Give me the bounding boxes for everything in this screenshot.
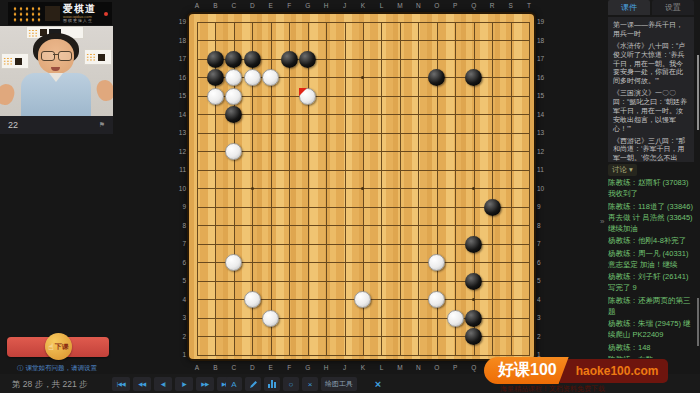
- watermark-brand: 好课100: [484, 357, 569, 384]
- coord-label-right: 7: [537, 240, 551, 247]
- lesson-text-panel[interactable]: 第一课——养兵千日，用兵一时《水浒传》八十回：“卢俊义听了大惊道：‘养兵千日，用…: [608, 17, 694, 162]
- lesson-paragraph: 《三国演义》一〇〇回：“懿叱之曰：‘朝廷养军千日，用在一时。汝安敢出怨言，以慢军…: [613, 89, 689, 133]
- coord-label-right: 3: [537, 314, 551, 321]
- chevron-down-icon: ▾: [629, 165, 633, 174]
- coord-label-bottom: P: [449, 364, 461, 371]
- stone-white-E3: [262, 310, 279, 327]
- go-board: AABBCCDDEEFFGGHHJJKKLLMMNNOOPPQQRRSSTT19…: [187, 12, 536, 361]
- coord-label-top: D: [246, 2, 258, 9]
- stone-black-G17: [299, 51, 316, 68]
- flag-icon: ⚑: [99, 121, 105, 129]
- coord-label-left: 19: [174, 18, 186, 25]
- chat-message: 杨教练：刘子轩 (26141) 写完了 9: [608, 271, 695, 294]
- help-notice-link[interactable]: ⓘ 课堂如有问题，请调设置: [0, 364, 114, 373]
- lesson-paragraph: 《水浒传》八十回：“卢俊义听了大惊道：‘养兵千日，用在一朝。我今要安身一处，你留…: [613, 42, 689, 86]
- coord-label-right: 13: [537, 129, 551, 136]
- go-class-player: 爱棋道 www.iqidao.com 围棋更懂人生 22 ⚑ ☝ 下课 ⓘ 课堂…: [0, 0, 700, 393]
- star-point: [251, 187, 254, 190]
- coord-label-top: H: [320, 2, 332, 9]
- coord-label-top: R: [486, 2, 498, 9]
- coord-label-left: 8: [174, 222, 186, 229]
- logo-square-icon: [45, 6, 60, 21]
- chat-message: 杨教练：周一凡 (40331) 意志坚定 加油！继续: [608, 248, 695, 271]
- coord-label-left: 5: [174, 277, 186, 284]
- hand-pointer-icon: ☝: [48, 342, 53, 352]
- coord-label-bottom: C: [228, 364, 240, 371]
- pen-tool-button[interactable]: [245, 377, 261, 391]
- coord-label-bottom: L: [375, 364, 387, 371]
- coord-label-left: 11: [174, 166, 186, 173]
- coord-label-top: O: [431, 2, 443, 9]
- coord-label-left: 15: [174, 92, 186, 99]
- chat-message: 杨教练：朱瑞 (29475) 继续爬山 PK22409: [608, 318, 695, 341]
- chat-message: 陈教练：还差两页的第三题: [608, 295, 695, 318]
- coord-label-top: B: [209, 2, 221, 9]
- end-class-badge: ☝ 下课: [45, 333, 72, 360]
- coord-label-right: 2: [537, 333, 551, 340]
- record-dot-icon: [104, 12, 108, 16]
- coord-label-right: 12: [537, 148, 551, 155]
- coord-label-top: T: [523, 2, 535, 9]
- coord-label-bottom: H: [320, 364, 332, 371]
- first-move-button[interactable]: |◀◀: [112, 377, 130, 391]
- lesson-scrollbar[interactable]: [697, 55, 699, 130]
- watermark-badge: 好课100 haoke100.com: [484, 357, 668, 384]
- wall-logo-plaque: [84, 49, 112, 65]
- stone-black-Q5: [465, 273, 482, 290]
- coord-label-left: 2: [174, 333, 186, 340]
- coord-label-left: 14: [174, 111, 186, 118]
- coord-label-bottom: J: [339, 364, 351, 371]
- stone-white-P3: [447, 310, 464, 327]
- draw-tools-button[interactable]: 绘图工具: [321, 377, 357, 391]
- stone-white-C15: [225, 88, 242, 105]
- coord-label-bottom: Q: [468, 364, 480, 371]
- coord-label-right: 15: [537, 92, 551, 99]
- move-counter: 第 28 步，共 221 步: [12, 379, 88, 391]
- coord-label-right: 10: [537, 185, 551, 192]
- coord-label-right: 14: [537, 111, 551, 118]
- stone-white-D4: [244, 291, 261, 308]
- coord-label-bottom: O: [431, 364, 443, 371]
- coord-label-left: 3: [174, 314, 186, 321]
- coord-label-bottom: K: [357, 364, 369, 371]
- coord-label-top: F: [283, 2, 295, 9]
- fast-backward-button[interactable]: ◀◀: [133, 377, 151, 391]
- lesson-paragraph: 《西游记》三八回：“那和尚道：‘养军千日，用军一朝。’你怎么不出去？”: [613, 137, 689, 163]
- fast-forward-button[interactable]: ▶▶: [196, 377, 214, 391]
- coord-label-bottom: F: [283, 364, 295, 371]
- coord-label-right: 16: [537, 74, 551, 81]
- coord-label-left: 4: [174, 296, 186, 303]
- stone-black-R9: [484, 199, 501, 216]
- next-move-button[interactable]: |▶: [175, 377, 193, 391]
- coord-label-bottom: M: [394, 364, 406, 371]
- coord-label-bottom: A: [191, 364, 203, 371]
- coord-label-bottom: E: [265, 364, 277, 371]
- coord-label-left: 10: [174, 185, 186, 192]
- watermark-subtext: 海量精品课程！文档资料免费下载: [500, 384, 605, 393]
- cross-mark-tool-button[interactable]: ×: [302, 377, 318, 391]
- playback-controls: |◀◀◀◀◀||▶▶▶▶▶|: [112, 377, 235, 391]
- brand-slogan: 围棋更懂人生: [63, 19, 96, 23]
- coord-label-right: 5: [537, 277, 551, 284]
- coord-label-bottom: N: [412, 364, 424, 371]
- coord-label-right: 9: [537, 203, 551, 210]
- coord-label-top: S: [505, 2, 517, 9]
- viewer-count: 22: [8, 120, 18, 130]
- stone-black-Q3: [465, 310, 482, 327]
- tab-settings[interactable]: 设置: [652, 0, 694, 15]
- stone-black-D17: [244, 51, 261, 68]
- coord-label-right: 4: [537, 296, 551, 303]
- glasses-icon: [40, 51, 72, 61]
- wall-logo-plaque: [1, 53, 29, 69]
- coord-label-right: 8: [537, 222, 551, 229]
- logo-dot-grid-icon: [12, 6, 42, 22]
- coord-label-bottom: G: [302, 364, 314, 371]
- chat-header[interactable]: 讨论 ▾: [608, 164, 637, 176]
- coord-label-top: N: [412, 2, 424, 9]
- coord-label-top: G: [302, 2, 314, 9]
- circle-mark-tool-button[interactable]: ○: [283, 377, 299, 391]
- coord-label-right: 11: [537, 166, 551, 173]
- coord-label-bottom: D: [246, 364, 258, 371]
- coord-label-left: 16: [174, 74, 186, 81]
- end-class-label: 下课: [55, 342, 69, 352]
- coord-label-left: 18: [174, 37, 186, 44]
- chat-message-list[interactable]: 陈教练：赵雨轩 (37083) 我收到了陈教练：118道了 (33846) 再去…: [608, 177, 695, 358]
- close-tools-button[interactable]: ×: [370, 377, 386, 391]
- coord-label-bottom: B: [209, 364, 221, 371]
- stone-black-B17: [207, 51, 224, 68]
- coord-label-top: J: [339, 2, 351, 9]
- stone-white-D16: [244, 69, 261, 86]
- coord-label-left: 1: [174, 351, 186, 358]
- end-class-button[interactable]: ☝ 下课: [7, 337, 109, 357]
- collapse-panel-icon[interactable]: »: [600, 217, 604, 226]
- coord-label-right: 6: [537, 259, 551, 266]
- instructor-right-hand: [95, 78, 113, 103]
- stone-white-B15: [207, 88, 224, 105]
- coord-label-right: 19: [537, 18, 551, 25]
- prev-move-button[interactable]: ◀|: [154, 377, 172, 391]
- watermark-domain: haoke100.com: [560, 359, 669, 383]
- right-panel-tabs: 课件 设置: [608, 0, 694, 15]
- lesson-title: 第一课——养兵千日，用兵一时: [613, 21, 689, 39]
- coord-label-left: 6: [174, 259, 186, 266]
- chart-tool-button[interactable]: [264, 377, 280, 391]
- brand-title: 爱棋道: [63, 4, 96, 15]
- chat-message: 杨教练：148: [608, 342, 695, 353]
- stone-black-B16: [207, 69, 224, 86]
- coord-label-left: 7: [174, 240, 186, 247]
- coord-label-left: 9: [174, 203, 186, 210]
- viewer-count-bar[interactable]: 22 ⚑: [0, 116, 113, 134]
- coord-label-top: E: [265, 2, 277, 9]
- chat-scrollbar[interactable]: [697, 298, 699, 346]
- coord-label-top: C: [228, 2, 240, 9]
- coord-label-top: M: [394, 2, 406, 9]
- text-label-tool-button[interactable]: A: [226, 377, 242, 391]
- coord-label-top: P: [449, 2, 461, 9]
- instructor-video: [0, 26, 113, 116]
- brand-logo: 爱棋道 www.iqidao.com 围棋更懂人生: [8, 2, 112, 25]
- stone-black-Q7: [465, 236, 482, 253]
- instructor-left-hand: [0, 82, 16, 107]
- coord-label-top: K: [357, 2, 369, 9]
- coord-label-left: 17: [174, 55, 186, 62]
- coord-label-top: A: [191, 2, 203, 9]
- coord-label-left: 12: [174, 148, 186, 155]
- last-move-marker: [299, 88, 307, 96]
- coord-label-top: Q: [468, 2, 480, 9]
- coord-label-top: L: [375, 2, 387, 9]
- stone-black-F17: [281, 51, 298, 68]
- coord-label-right: 18: [537, 37, 551, 44]
- chat-message: 陈教练：赵雨轩 (37083) 我收到了: [608, 177, 695, 200]
- tab-courseware[interactable]: 课件: [608, 0, 650, 15]
- annotation-tools: A○×绘图工具×: [226, 377, 386, 391]
- chat-message: 杨教练：他刚4-8补完了: [608, 235, 695, 246]
- coord-label-right: 17: [537, 55, 551, 62]
- stone-black-C17: [225, 51, 242, 68]
- chat-message: 陈教练：118道了 (33846) 再去做 计 吕浩然 (33645) 继续加油: [608, 201, 695, 235]
- coord-label-left: 13: [174, 129, 186, 136]
